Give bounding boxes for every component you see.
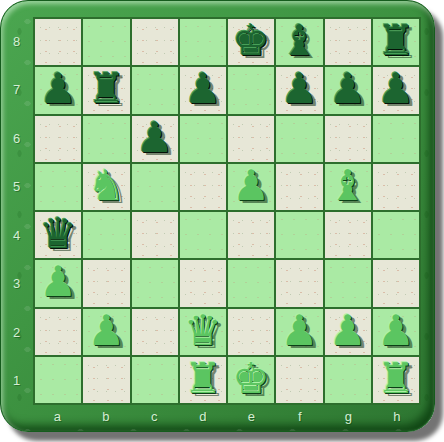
square-a3[interactable]: ♟: [35, 260, 81, 306]
square-f8[interactable]: ♝: [276, 19, 322, 65]
square-c5[interactable]: [132, 164, 178, 210]
square-f5[interactable]: [276, 164, 322, 210]
square-e4[interactable]: [228, 212, 274, 258]
file-label-a: a: [33, 404, 82, 428]
square-f3[interactable]: [276, 260, 322, 306]
square-b4[interactable]: [83, 212, 129, 258]
board: ♚♝♜♟♜♟♟♟♟♟♞♟♝♛♟♟♛♟♟♟♜♚♜: [33, 17, 421, 405]
square-e5[interactable]: ♟: [228, 164, 274, 210]
black-rook-h8[interactable]: ♜: [377, 20, 415, 62]
black-pawn-a7[interactable]: ♟: [39, 68, 77, 110]
square-b8[interactable]: [83, 19, 129, 65]
square-b3[interactable]: [83, 260, 129, 306]
square-h1[interactable]: ♜: [373, 357, 419, 403]
black-pawn-f7[interactable]: ♟: [281, 68, 319, 110]
square-d7[interactable]: ♟: [180, 67, 226, 113]
chess-app: 87654321 ♚♝♜♟♜♟♟♟♟♟♞♟♝♛♟♟♛♟♟♟♜♚♜ abcdefg…: [0, 0, 444, 442]
black-pawn-h7[interactable]: ♟: [377, 68, 415, 110]
square-f1[interactable]: [276, 357, 322, 403]
square-b1[interactable]: [83, 357, 129, 403]
white-rook-h1[interactable]: ♜: [377, 358, 415, 400]
square-h2[interactable]: ♟: [373, 309, 419, 355]
square-e6[interactable]: [228, 116, 274, 162]
black-pawn-c6[interactable]: ♟: [136, 117, 174, 159]
square-g4[interactable]: [325, 212, 371, 258]
square-e1[interactable]: ♚: [228, 357, 274, 403]
square-h4[interactable]: [373, 212, 419, 258]
white-pawn-e5[interactable]: ♟: [232, 165, 270, 207]
square-h7[interactable]: ♟: [373, 67, 419, 113]
square-a1[interactable]: [35, 357, 81, 403]
square-h8[interactable]: ♜: [373, 19, 419, 65]
square-g3[interactable]: [325, 260, 371, 306]
square-b2[interactable]: ♟: [83, 309, 129, 355]
rank-label-6: 6: [0, 114, 33, 163]
square-d3[interactable]: [180, 260, 226, 306]
rank-label-7: 7: [0, 66, 33, 115]
square-b7[interactable]: ♜: [83, 67, 129, 113]
white-bishop-g5[interactable]: ♝: [329, 165, 367, 207]
square-h6[interactable]: [373, 116, 419, 162]
file-label-e: e: [227, 404, 276, 428]
white-queen-d2[interactable]: ♛: [184, 310, 222, 352]
square-f6[interactable]: [276, 116, 322, 162]
square-g8[interactable]: [325, 19, 371, 65]
black-pawn-g7[interactable]: ♟: [329, 68, 367, 110]
square-a7[interactable]: ♟: [35, 67, 81, 113]
square-c3[interactable]: [132, 260, 178, 306]
square-e7[interactable]: [228, 67, 274, 113]
white-king-e1[interactable]: ♚: [232, 358, 270, 400]
square-c8[interactable]: [132, 19, 178, 65]
square-g2[interactable]: ♟: [325, 309, 371, 355]
rank-label-8: 8: [0, 17, 33, 66]
square-g6[interactable]: [325, 116, 371, 162]
square-g1[interactable]: [325, 357, 371, 403]
white-pawn-b2[interactable]: ♟: [88, 310, 126, 352]
square-c1[interactable]: [132, 357, 178, 403]
file-label-h: h: [373, 404, 422, 428]
rank-label-2: 2: [0, 308, 33, 357]
white-pawn-g2[interactable]: ♟: [329, 310, 367, 352]
black-queen-a4[interactable]: ♛: [39, 213, 77, 255]
square-b5[interactable]: ♞: [83, 164, 129, 210]
square-a8[interactable]: [35, 19, 81, 65]
rank-label-4: 4: [0, 211, 33, 260]
square-c6[interactable]: ♟: [132, 116, 178, 162]
square-g7[interactable]: ♟: [325, 67, 371, 113]
square-c7[interactable]: [132, 67, 178, 113]
rank-label-3: 3: [0, 260, 33, 309]
square-d4[interactable]: [180, 212, 226, 258]
white-pawn-h2[interactable]: ♟: [377, 310, 415, 352]
file-label-d: d: [179, 404, 228, 428]
square-a2[interactable]: [35, 309, 81, 355]
square-a6[interactable]: [35, 116, 81, 162]
black-rook-b7[interactable]: ♜: [88, 68, 126, 110]
square-e2[interactable]: [228, 309, 274, 355]
white-rook-d1[interactable]: ♜: [184, 358, 222, 400]
square-f4[interactable]: [276, 212, 322, 258]
square-g5[interactable]: ♝: [325, 164, 371, 210]
square-f2[interactable]: ♟: [276, 309, 322, 355]
rank-label-5: 5: [0, 163, 33, 212]
square-d5[interactable]: [180, 164, 226, 210]
file-label-b: b: [82, 404, 131, 428]
square-d6[interactable]: [180, 116, 226, 162]
square-d1[interactable]: ♜: [180, 357, 226, 403]
file-labels: abcdefgh: [33, 404, 421, 428]
file-label-f: f: [276, 404, 325, 428]
file-label-g: g: [324, 404, 373, 428]
square-b6[interactable]: [83, 116, 129, 162]
square-d8[interactable]: [180, 19, 226, 65]
rank-label-1: 1: [0, 357, 33, 406]
square-f7[interactable]: ♟: [276, 67, 322, 113]
file-label-c: c: [130, 404, 179, 428]
white-knight-b5[interactable]: ♞: [88, 165, 126, 207]
black-pawn-d7[interactable]: ♟: [184, 68, 222, 110]
white-pawn-f2[interactable]: ♟: [281, 310, 319, 352]
rank-labels: 87654321: [0, 17, 33, 405]
square-e8[interactable]: ♚: [228, 19, 274, 65]
square-c4[interactable]: [132, 212, 178, 258]
square-a4[interactable]: ♛: [35, 212, 81, 258]
white-pawn-a3[interactable]: ♟: [39, 261, 77, 303]
black-bishop-f8[interactable]: ♝: [281, 20, 319, 62]
square-d2[interactable]: ♛: [180, 309, 226, 355]
square-c2[interactable]: [132, 309, 178, 355]
black-king-e8[interactable]: ♚: [232, 20, 270, 62]
square-h5[interactable]: [373, 164, 419, 210]
square-h3[interactable]: [373, 260, 419, 306]
square-a5[interactable]: [35, 164, 81, 210]
square-e3[interactable]: [228, 260, 274, 306]
